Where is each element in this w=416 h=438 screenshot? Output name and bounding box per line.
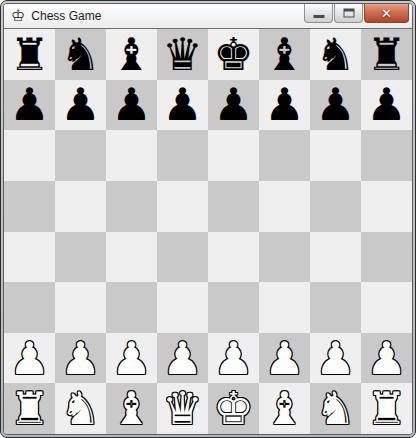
- chess-king-app-icon: ♔: [11, 8, 25, 24]
- white-knight[interactable]: ♞: [60, 386, 100, 431]
- square-g6[interactable]: [310, 130, 361, 181]
- square-d3[interactable]: [157, 282, 208, 333]
- white-bishop[interactable]: ♝: [264, 386, 304, 431]
- square-d2[interactable]: ♟: [157, 333, 208, 384]
- square-d1[interactable]: ♛: [157, 383, 208, 434]
- square-b2[interactable]: ♟: [55, 333, 106, 384]
- white-pawn[interactable]: ♟: [264, 336, 304, 381]
- white-pawn[interactable]: ♟: [60, 336, 100, 381]
- maximize-button[interactable]: [334, 4, 363, 23]
- square-b8[interactable]: ♞: [55, 29, 106, 80]
- square-g2[interactable]: ♟: [310, 333, 361, 384]
- square-h5[interactable]: [361, 181, 412, 232]
- square-c7[interactable]: ♟: [106, 80, 157, 131]
- square-a2[interactable]: ♟: [4, 333, 55, 384]
- black-bishop[interactable]: ♝: [111, 32, 151, 77]
- square-g7[interactable]: ♟: [310, 80, 361, 131]
- black-bishop[interactable]: ♝: [264, 32, 304, 77]
- window-title: Chess Game: [31, 9, 101, 23]
- square-a8[interactable]: ♜: [4, 29, 55, 80]
- square-a5[interactable]: [4, 181, 55, 232]
- close-button[interactable]: ✕: [364, 4, 409, 23]
- square-e6[interactable]: [208, 130, 259, 181]
- black-pawn[interactable]: ♟: [366, 82, 406, 127]
- black-pawn[interactable]: ♟: [60, 82, 100, 127]
- square-e4[interactable]: [208, 232, 259, 283]
- square-b7[interactable]: ♟: [55, 80, 106, 131]
- square-h7[interactable]: ♟: [361, 80, 412, 131]
- black-pawn[interactable]: ♟: [162, 82, 202, 127]
- square-a6[interactable]: [4, 130, 55, 181]
- white-rook[interactable]: ♜: [9, 386, 49, 431]
- square-g5[interactable]: [310, 181, 361, 232]
- black-pawn[interactable]: ♟: [111, 82, 151, 127]
- white-pawn[interactable]: ♟: [111, 336, 151, 381]
- black-rook[interactable]: ♜: [9, 32, 49, 77]
- square-a1[interactable]: ♜: [4, 383, 55, 434]
- square-d7[interactable]: ♟: [157, 80, 208, 131]
- white-knight[interactable]: ♞: [315, 386, 355, 431]
- square-c2[interactable]: ♟: [106, 333, 157, 384]
- black-rook[interactable]: ♜: [366, 32, 406, 77]
- square-h4[interactable]: [361, 232, 412, 283]
- square-e2[interactable]: ♟: [208, 333, 259, 384]
- square-b1[interactable]: ♞: [55, 383, 106, 434]
- square-f3[interactable]: [259, 282, 310, 333]
- square-c4[interactable]: [106, 232, 157, 283]
- white-pawn[interactable]: ♟: [162, 336, 202, 381]
- chess-game-window: ♔ Chess Game ✕ ♜♞♝♛♚♝♞♜♟♟♟♟♟♟♟♟♟♟♟♟♟♟♟♟♜…: [0, 0, 416, 438]
- square-e5[interactable]: [208, 181, 259, 232]
- square-g3[interactable]: [310, 282, 361, 333]
- square-f8[interactable]: ♝: [259, 29, 310, 80]
- square-h3[interactable]: [361, 282, 412, 333]
- black-pawn[interactable]: ♟: [213, 82, 253, 127]
- square-f4[interactable]: [259, 232, 310, 283]
- window-controls: ✕: [304, 4, 409, 23]
- minimize-button[interactable]: [304, 4, 333, 23]
- square-b3[interactable]: [55, 282, 106, 333]
- square-c3[interactable]: [106, 282, 157, 333]
- square-a7[interactable]: ♟: [4, 80, 55, 131]
- square-a3[interactable]: [4, 282, 55, 333]
- square-c8[interactable]: ♝: [106, 29, 157, 80]
- square-g1[interactable]: ♞: [310, 383, 361, 434]
- minimize-icon: [313, 15, 324, 18]
- square-g8[interactable]: ♞: [310, 29, 361, 80]
- square-h6[interactable]: [361, 130, 412, 181]
- square-b5[interactable]: [55, 181, 106, 232]
- square-c6[interactable]: [106, 130, 157, 181]
- square-d8[interactable]: ♛: [157, 29, 208, 80]
- black-knight[interactable]: ♞: [60, 32, 100, 77]
- square-e8[interactable]: ♚: [208, 29, 259, 80]
- square-h8[interactable]: ♜: [361, 29, 412, 80]
- square-c1[interactable]: ♝: [106, 383, 157, 434]
- white-pawn[interactable]: ♟: [315, 336, 355, 381]
- square-f6[interactable]: [259, 130, 310, 181]
- title-bar[interactable]: ♔ Chess Game ✕: [4, 4, 412, 28]
- square-f2[interactable]: ♟: [259, 333, 310, 384]
- square-d6[interactable]: [157, 130, 208, 181]
- white-king[interactable]: ♚: [213, 386, 253, 431]
- black-queen[interactable]: ♛: [162, 32, 202, 77]
- white-pawn[interactable]: ♟: [366, 336, 406, 381]
- chess-board: ♜♞♝♛♚♝♞♜♟♟♟♟♟♟♟♟♟♟♟♟♟♟♟♟♜♞♝♛♚♝♞♜: [4, 28, 412, 434]
- square-b4[interactable]: [55, 232, 106, 283]
- black-pawn[interactable]: ♟: [264, 82, 304, 127]
- square-e7[interactable]: ♟: [208, 80, 259, 131]
- window-inner-frame: ♔ Chess Game ✕ ♜♞♝♛♚♝♞♜♟♟♟♟♟♟♟♟♟♟♟♟♟♟♟♟♜…: [3, 3, 413, 435]
- black-pawn[interactable]: ♟: [315, 82, 355, 127]
- square-f5[interactable]: [259, 181, 310, 232]
- square-e1[interactable]: ♚: [208, 383, 259, 434]
- square-d4[interactable]: [157, 232, 208, 283]
- black-king[interactable]: ♚: [213, 32, 253, 77]
- maximize-icon: [343, 9, 354, 18]
- black-knight[interactable]: ♞: [315, 32, 355, 77]
- square-c5[interactable]: [106, 181, 157, 232]
- square-f1[interactable]: ♝: [259, 383, 310, 434]
- square-a4[interactable]: [4, 232, 55, 283]
- white-queen[interactable]: ♛: [162, 386, 202, 431]
- square-f7[interactable]: ♟: [259, 80, 310, 131]
- white-rook[interactable]: ♜: [366, 386, 406, 431]
- white-pawn[interactable]: ♟: [213, 336, 253, 381]
- white-bishop[interactable]: ♝: [111, 386, 151, 431]
- square-e3[interactable]: [208, 282, 259, 333]
- close-icon: ✕: [381, 5, 392, 22]
- black-pawn[interactable]: ♟: [9, 82, 49, 127]
- square-d5[interactable]: [157, 181, 208, 232]
- square-h1[interactable]: ♜: [361, 383, 412, 434]
- square-h2[interactable]: ♟: [361, 333, 412, 384]
- white-pawn[interactable]: ♟: [9, 336, 49, 381]
- square-g4[interactable]: [310, 232, 361, 283]
- square-b6[interactable]: [55, 130, 106, 181]
